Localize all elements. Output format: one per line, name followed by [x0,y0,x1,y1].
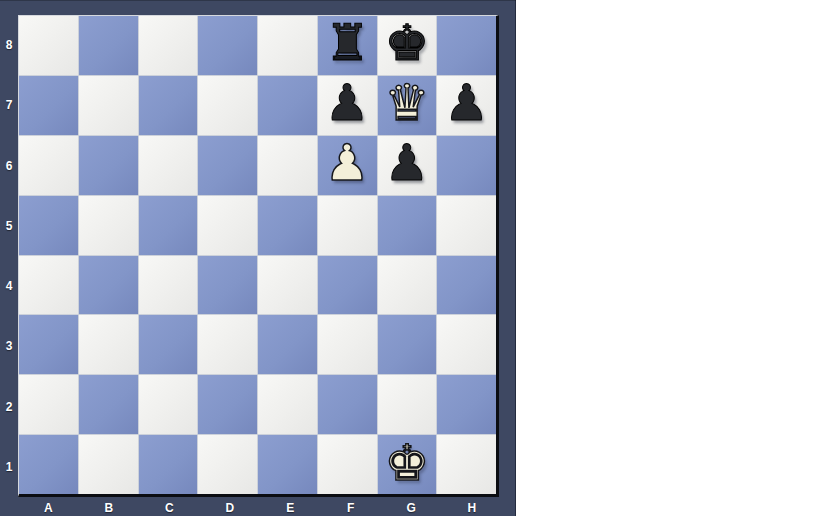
square-d3[interactable] [198,315,257,374]
square-f6[interactable]: ♟ [318,136,377,195]
square-e3[interactable] [258,315,317,374]
square-c6[interactable] [139,136,198,195]
square-b6[interactable] [79,136,138,195]
square-b8[interactable] [79,16,138,75]
square-a8[interactable] [19,16,78,75]
square-a3[interactable] [19,315,78,374]
square-e4[interactable] [258,256,317,315]
square-a1[interactable] [19,435,78,494]
square-c4[interactable] [139,256,198,315]
square-d5[interactable] [198,196,257,255]
square-f5[interactable] [318,196,377,255]
file-label-b: B [79,500,140,516]
white-pawn-f6[interactable]: ♟ [325,138,370,188]
square-a4[interactable] [19,256,78,315]
square-c3[interactable] [139,315,198,374]
square-g4[interactable] [378,256,437,315]
square-a6[interactable] [19,136,78,195]
square-d2[interactable] [198,375,257,434]
file-label-c: C [139,500,200,516]
rank-label-5: 5 [0,196,18,256]
square-c2[interactable] [139,375,198,434]
square-f1[interactable] [318,435,377,494]
square-h6[interactable] [437,136,496,195]
rank-label-1: 1 [0,437,18,497]
square-b7[interactable] [79,76,138,135]
square-e6[interactable] [258,136,317,195]
square-d6[interactable] [198,136,257,195]
square-f3[interactable] [318,315,377,374]
black-pawn-g6[interactable]: ♟ [384,138,429,188]
white-king-g1[interactable]: ♚ [384,438,429,488]
rank-label-8: 8 [0,15,18,75]
square-h2[interactable] [437,375,496,434]
file-label-d: D [200,500,261,516]
square-a5[interactable] [19,196,78,255]
square-e5[interactable] [258,196,317,255]
square-h3[interactable] [437,315,496,374]
square-c1[interactable] [139,435,198,494]
square-e1[interactable] [258,435,317,494]
square-h8[interactable] [437,16,496,75]
square-h5[interactable] [437,196,496,255]
square-h1[interactable] [437,435,496,494]
square-g5[interactable] [378,196,437,255]
square-h7[interactable]: ♟ [437,76,496,135]
rank-labels: 87654321 [0,15,18,497]
file-label-f: F [321,500,382,516]
white-queen-g7[interactable]: ♛ [384,78,429,128]
square-a7[interactable] [19,76,78,135]
square-e2[interactable] [258,375,317,434]
rank-label-4: 4 [0,256,18,316]
square-f2[interactable] [318,375,377,434]
square-c5[interactable] [139,196,198,255]
square-g3[interactable] [378,315,437,374]
square-c7[interactable] [139,76,198,135]
square-h4[interactable] [437,256,496,315]
black-pawn-f7[interactable]: ♟ [325,78,370,128]
file-label-g: G [381,500,442,516]
rank-label-2: 2 [0,377,18,437]
square-b1[interactable] [79,435,138,494]
square-d7[interactable] [198,76,257,135]
square-d1[interactable] [198,435,257,494]
rank-label-7: 7 [0,75,18,135]
square-e8[interactable] [258,16,317,75]
square-f8[interactable]: ♜ [318,16,377,75]
black-rook-f8[interactable]: ♜ [325,18,370,68]
black-king-g8[interactable]: ♚ [384,18,429,68]
square-b4[interactable] [79,256,138,315]
file-labels: ABCDEFGH [18,500,502,516]
page: 87654321 ♜♚♟♛♟♟♟♚ ABCDEFGH [0,0,819,516]
rank-label-3: 3 [0,316,18,376]
square-b3[interactable] [79,315,138,374]
square-g2[interactable] [378,375,437,434]
square-d8[interactable] [198,16,257,75]
square-g1[interactable]: ♚ [378,435,437,494]
square-g6[interactable]: ♟ [378,136,437,195]
board-squares: ♜♚♟♛♟♟♟♚ [18,15,499,497]
black-pawn-h7[interactable]: ♟ [444,78,489,128]
file-label-h: H [442,500,503,516]
rank-label-6: 6 [0,136,18,196]
square-f4[interactable] [318,256,377,315]
square-f7[interactable]: ♟ [318,76,377,135]
file-label-a: A [18,500,79,516]
square-g8[interactable]: ♚ [378,16,437,75]
square-d4[interactable] [198,256,257,315]
square-g7[interactable]: ♛ [378,76,437,135]
file-label-e: E [260,500,321,516]
square-e7[interactable] [258,76,317,135]
square-a2[interactable] [19,375,78,434]
chess-board: 87654321 ♜♚♟♛♟♟♟♚ ABCDEFGH [0,0,516,516]
square-b2[interactable] [79,375,138,434]
square-b5[interactable] [79,196,138,255]
square-c8[interactable] [139,16,198,75]
